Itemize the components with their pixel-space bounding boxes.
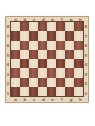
square-d8[interactable] bbox=[38, 22, 47, 31]
square-a6[interactable] bbox=[11, 41, 20, 50]
square-e6[interactable] bbox=[47, 41, 56, 50]
square-b6[interactable] bbox=[20, 41, 29, 50]
square-b3[interactable] bbox=[20, 68, 29, 77]
square-g6[interactable] bbox=[65, 41, 74, 50]
square-f8[interactable] bbox=[56, 22, 65, 31]
square-e5[interactable] bbox=[47, 50, 56, 59]
rank-label-8: 8 bbox=[84, 22, 88, 32]
square-f3[interactable] bbox=[56, 68, 65, 77]
square-f4[interactable] bbox=[56, 59, 65, 68]
square-c7[interactable] bbox=[29, 31, 38, 40]
square-b2[interactable] bbox=[20, 78, 29, 87]
square-a1[interactable] bbox=[11, 87, 20, 96]
file-label-f: f bbox=[57, 97, 66, 102]
square-d7[interactable] bbox=[38, 31, 47, 40]
square-b7[interactable] bbox=[20, 31, 29, 40]
square-h7[interactable] bbox=[74, 31, 83, 40]
file-label-a: a bbox=[11, 97, 20, 102]
square-h8[interactable] bbox=[74, 22, 83, 31]
square-a2[interactable] bbox=[11, 78, 20, 87]
rank-label-1: 1 bbox=[84, 89, 88, 99]
square-c5[interactable] bbox=[29, 50, 38, 59]
square-a8[interactable] bbox=[11, 22, 20, 31]
square-d1[interactable] bbox=[38, 87, 47, 96]
square-c6[interactable] bbox=[29, 41, 38, 50]
rank-label-4: 4 bbox=[84, 60, 88, 70]
square-c2[interactable] bbox=[29, 78, 38, 87]
square-f5[interactable] bbox=[56, 50, 65, 59]
square-a5[interactable] bbox=[11, 50, 20, 59]
square-e4[interactable] bbox=[47, 59, 56, 68]
file-label-e: e bbox=[48, 97, 57, 102]
square-h1[interactable] bbox=[74, 87, 83, 96]
square-b8[interactable] bbox=[20, 22, 29, 31]
square-d3[interactable] bbox=[38, 68, 47, 77]
square-g5[interactable] bbox=[65, 50, 74, 59]
square-a4[interactable] bbox=[11, 59, 20, 68]
square-h4[interactable] bbox=[74, 59, 83, 68]
square-d2[interactable] bbox=[38, 78, 47, 87]
square-h3[interactable] bbox=[74, 68, 83, 77]
chess-board-grid bbox=[10, 21, 84, 97]
rank-label-2: 2 bbox=[84, 79, 88, 89]
rank-label-5: 5 bbox=[84, 51, 88, 61]
file-label-d: d bbox=[39, 97, 48, 102]
square-h5[interactable] bbox=[74, 50, 83, 59]
rank-label-6: 6 bbox=[84, 41, 88, 51]
square-h6[interactable] bbox=[74, 41, 83, 50]
square-c8[interactable] bbox=[29, 22, 38, 31]
square-d4[interactable] bbox=[38, 59, 47, 68]
file-label-c: c bbox=[30, 97, 39, 102]
square-b1[interactable] bbox=[20, 87, 29, 96]
square-h2[interactable] bbox=[74, 78, 83, 87]
square-f6[interactable] bbox=[56, 41, 65, 50]
square-e3[interactable] bbox=[47, 68, 56, 77]
square-e1[interactable] bbox=[47, 87, 56, 96]
square-g4[interactable] bbox=[65, 59, 74, 68]
square-e7[interactable] bbox=[47, 31, 56, 40]
square-f7[interactable] bbox=[56, 31, 65, 40]
square-g7[interactable] bbox=[65, 31, 74, 40]
square-c3[interactable] bbox=[29, 68, 38, 77]
square-c4[interactable] bbox=[29, 59, 38, 68]
chess-board: abcdefgh abcdefgh 87654321 87654321 bbox=[5, 16, 89, 103]
square-e8[interactable] bbox=[47, 22, 56, 31]
square-c1[interactable] bbox=[29, 87, 38, 96]
product-page: abcdefgh abcdefgh 87654321 87654321 bbox=[0, 0, 95, 126]
square-g2[interactable] bbox=[65, 78, 74, 87]
square-f2[interactable] bbox=[56, 78, 65, 87]
file-label-g: g bbox=[67, 97, 76, 102]
square-g3[interactable] bbox=[65, 68, 74, 77]
square-g8[interactable] bbox=[65, 22, 74, 31]
rank-label-7: 7 bbox=[84, 32, 88, 42]
rank-label-3: 3 bbox=[84, 70, 88, 80]
square-d6[interactable] bbox=[38, 41, 47, 50]
square-g1[interactable] bbox=[65, 87, 74, 96]
square-b5[interactable] bbox=[20, 50, 29, 59]
file-label-b: b bbox=[20, 97, 29, 102]
square-f1[interactable] bbox=[56, 87, 65, 96]
square-a3[interactable] bbox=[11, 68, 20, 77]
square-a7[interactable] bbox=[11, 31, 20, 40]
square-d5[interactable] bbox=[38, 50, 47, 59]
rank-labels-right: 87654321 bbox=[84, 22, 88, 98]
file-labels-bottom: abcdefgh bbox=[11, 97, 85, 102]
square-b4[interactable] bbox=[20, 59, 29, 68]
square-e2[interactable] bbox=[47, 78, 56, 87]
